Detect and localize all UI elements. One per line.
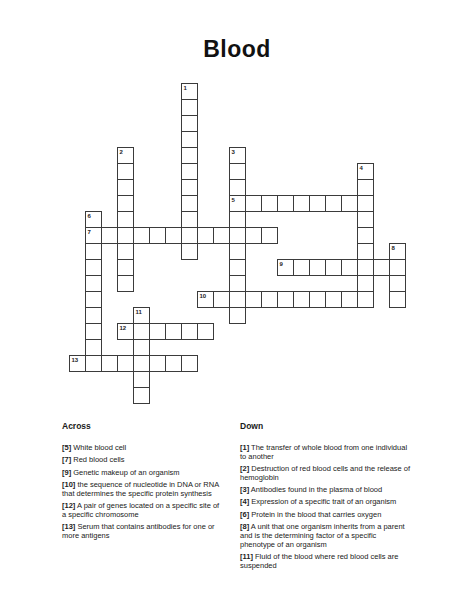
cell-number: 12 (120, 325, 134, 331)
page: Blood 12345678910111213 Across [5] White… (0, 0, 474, 613)
grid-cell[interactable]: 7 (85, 227, 102, 244)
grid-cell[interactable] (85, 339, 102, 356)
clue-item: [10] the sequence of nucleotide in DNA o… (62, 481, 225, 499)
grid-cell[interactable] (181, 115, 198, 132)
grid-cell[interactable] (213, 227, 230, 244)
grid-cell[interactable] (165, 355, 182, 372)
clue-item: [7] Red blood cells (62, 456, 225, 465)
grid-cell[interactable] (229, 307, 246, 324)
grid-cell[interactable] (85, 243, 102, 260)
grid-cell[interactable] (85, 323, 102, 340)
grid-cell[interactable] (133, 371, 150, 388)
grid-cell[interactable] (325, 259, 342, 276)
grid-cell[interactable] (309, 195, 326, 212)
grid-cell[interactable] (117, 163, 134, 180)
grid-cell[interactable] (149, 355, 166, 372)
grid-cell[interactable] (389, 259, 406, 276)
grid-cell[interactable] (181, 195, 198, 212)
grid-cell[interactable] (117, 227, 134, 244)
grid-cell[interactable] (181, 179, 198, 196)
grid-cell[interactable] (181, 323, 198, 340)
grid-cell[interactable] (85, 307, 102, 324)
clue-number: [5] (62, 443, 71, 452)
grid-cell[interactable] (229, 179, 246, 196)
grid-cell[interactable] (181, 355, 198, 372)
cell-number: 4 (360, 165, 374, 171)
grid-cell[interactable] (213, 291, 230, 308)
grid-cell[interactable] (181, 163, 198, 180)
cell-number: 9 (280, 261, 294, 267)
grid-cell[interactable]: 8 (389, 243, 406, 260)
grid-cell[interactable] (357, 291, 374, 308)
grid-cell[interactable] (133, 387, 150, 404)
grid-cell[interactable] (245, 227, 262, 244)
cell-number: 6 (88, 213, 102, 219)
grid-cell[interactable] (293, 291, 310, 308)
grid-cell[interactable]: 2 (117, 147, 134, 164)
clue-item: [11] Fluid of the blood where red blood … (240, 553, 412, 571)
grid-cell[interactable]: 3 (229, 147, 246, 164)
grid-cell[interactable] (245, 195, 262, 212)
grid-cell[interactable]: 4 (357, 163, 374, 180)
cell-number: 5 (232, 197, 246, 203)
grid-cell[interactable] (117, 275, 134, 292)
crossword-grid: 12345678910111213 (69, 83, 406, 404)
grid-cell[interactable] (373, 259, 390, 276)
clue-number: [9] (62, 468, 71, 477)
grid-cell[interactable] (85, 355, 102, 372)
grid-cell[interactable] (181, 147, 198, 164)
grid-cell[interactable] (261, 195, 278, 212)
across-clues-section: Across [5] White blood cell[7] Red blood… (62, 421, 225, 544)
clue-number: [8] (240, 522, 249, 531)
cell-number: 7 (88, 229, 102, 235)
grid-cell[interactable] (85, 259, 102, 276)
grid-cell[interactable]: 13 (69, 355, 86, 372)
puzzle-title: Blood (0, 36, 474, 63)
grid-cell[interactable]: 5 (229, 195, 246, 212)
grid-cell[interactable] (341, 259, 358, 276)
grid-cell[interactable] (149, 323, 166, 340)
clue-item: [12] A pair of genes located on a specif… (62, 502, 225, 520)
grid-cell[interactable] (357, 195, 374, 212)
grid-cell[interactable] (229, 259, 246, 276)
grid-cell[interactable] (229, 243, 246, 260)
clue-number: [11] (240, 552, 253, 561)
grid-cell[interactable] (181, 227, 198, 244)
clue-item: [4] Expression of a specific trait of an… (240, 498, 412, 507)
grid-cell[interactable] (197, 227, 214, 244)
cell-number: 11 (136, 309, 150, 315)
grid-cell[interactable] (181, 131, 198, 148)
clue-number: [12] (62, 501, 75, 510)
grid-cell[interactable] (181, 99, 198, 116)
clue-number: [6] (240, 510, 249, 519)
clue-item: [2] Destruction of red blood cells and t… (240, 465, 412, 483)
across-clue-list: [5] White blood cell[7] Red blood cells[… (62, 444, 225, 541)
grid-cell[interactable] (117, 259, 134, 276)
grid-cell[interactable] (133, 355, 150, 372)
cell-number: 3 (232, 149, 246, 155)
grid-cell[interactable] (117, 355, 134, 372)
down-heading: Down (240, 421, 412, 431)
grid-cell[interactable] (357, 227, 374, 244)
grid-cell[interactable] (85, 275, 102, 292)
grid-cell[interactable] (117, 195, 134, 212)
cell-number: 8 (392, 245, 406, 251)
cell-number: 13 (72, 357, 86, 363)
grid-cell[interactable] (357, 211, 374, 228)
grid-cell[interactable]: 1 (181, 83, 198, 100)
clue-number: [10] (62, 480, 75, 489)
clue-number: [4] (240, 497, 249, 506)
down-clue-list: [1] The transfer of whole blood from one… (240, 444, 412, 571)
grid-cell[interactable]: 9 (277, 259, 294, 276)
grid-cell[interactable] (133, 323, 150, 340)
grid-cell[interactable] (85, 291, 102, 308)
grid-cell[interactable] (357, 179, 374, 196)
clue-item: [13] Serum that contains antibodies for … (62, 523, 225, 541)
grid-cell[interactable] (165, 323, 182, 340)
grid-cell[interactable] (341, 195, 358, 212)
grid-cell[interactable] (165, 227, 182, 244)
grid-cell[interactable] (293, 259, 310, 276)
grid-cell[interactable] (229, 227, 246, 244)
grid-cell[interactable] (389, 291, 406, 308)
grid-cell[interactable] (309, 259, 326, 276)
grid-cell[interactable] (149, 227, 166, 244)
grid-cell[interactable] (181, 243, 198, 260)
grid-cell[interactable] (229, 211, 246, 228)
grid-cell[interactable] (229, 163, 246, 180)
down-clues-section: Down [1] The transfer of whole blood fro… (240, 421, 412, 574)
grid-cell[interactable] (277, 195, 294, 212)
clue-item: [1] The transfer of whole blood from one… (240, 444, 412, 462)
grid-cell[interactable] (181, 211, 198, 228)
clue-item: [3] Antibodies found in the plasma of bl… (240, 486, 412, 495)
grid-cell[interactable] (261, 227, 278, 244)
cell-number: 2 (120, 149, 134, 155)
grid-cell[interactable] (389, 275, 406, 292)
grid-cell[interactable]: 12 (117, 323, 134, 340)
grid-cell[interactable] (101, 355, 118, 372)
grid-cell[interactable] (245, 291, 262, 308)
grid-cell[interactable] (309, 291, 326, 308)
grid-cell[interactable] (357, 275, 374, 292)
clue-number: [1] (240, 443, 249, 452)
grid-cell[interactable] (117, 179, 134, 196)
clue-number: [2] (240, 464, 249, 473)
grid-cell[interactable] (277, 291, 294, 308)
grid-cell[interactable] (117, 243, 134, 260)
clue-number: [3] (240, 485, 249, 494)
grid-cell[interactable] (197, 323, 214, 340)
cell-number: 10 (200, 293, 214, 299)
grid-cell[interactable] (341, 291, 358, 308)
grid-cell[interactable] (293, 195, 310, 212)
grid-cell[interactable] (229, 291, 246, 308)
grid-cell[interactable] (133, 339, 150, 356)
grid-cell[interactable] (357, 243, 374, 260)
grid-cell[interactable]: 11 (133, 307, 150, 324)
grid-cell[interactable] (261, 291, 278, 308)
grid-cell[interactable] (357, 259, 374, 276)
grid-cell[interactable] (325, 195, 342, 212)
cell-number: 1 (184, 85, 198, 91)
grid-cell[interactable]: 6 (85, 211, 102, 228)
across-heading: Across (62, 421, 225, 431)
grid-cell[interactable] (117, 211, 134, 228)
grid-cell[interactable] (101, 227, 118, 244)
grid-cell[interactable]: 10 (197, 291, 214, 308)
grid-cell[interactable] (325, 291, 342, 308)
clue-item: [9] Genetic makeup of an organism (62, 469, 225, 478)
clue-item: [5] White blood cell (62, 444, 225, 453)
clue-number: [7] (62, 455, 71, 464)
grid-cell[interactable] (133, 227, 150, 244)
clue-item: [8] A unit that one organism inherits fr… (240, 523, 412, 549)
grid-cell[interactable] (229, 275, 246, 292)
clue-item: [6] Protein in the blood that carries ox… (240, 511, 412, 520)
clue-number: [13] (62, 522, 75, 531)
